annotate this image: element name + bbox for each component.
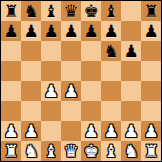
square-c1[interactable]: ♝ [41,141,61,161]
square-e3[interactable] [81,101,101,121]
square-b2[interactable]: ♟ [21,121,41,141]
square-a5[interactable] [1,61,21,81]
square-f4[interactable] [101,81,121,101]
square-g7[interactable] [121,21,141,41]
piece-black-pawn[interactable]: ♟ [63,21,78,41]
square-c2[interactable] [41,121,61,141]
square-a1[interactable]: ♜ [1,141,21,161]
square-h6[interactable] [141,41,161,61]
square-b7[interactable]: ♟ [21,21,41,41]
piece-white-pawn[interactable]: ♟ [123,121,138,141]
square-b6[interactable] [21,41,41,61]
piece-white-pawn[interactable]: ♟ [23,121,38,141]
piece-white-queen[interactable]: ♛ [63,141,78,161]
piece-black-pawn[interactable]: ♟ [3,21,18,41]
square-h4[interactable] [141,81,161,101]
piece-black-bishop[interactable]: ♝ [103,1,118,21]
square-a7[interactable]: ♟ [1,21,21,41]
piece-black-pawn[interactable]: ♟ [123,41,138,61]
square-f6[interactable]: ♞ [101,41,121,61]
square-e6[interactable] [81,41,101,61]
square-f8[interactable]: ♝ [101,1,121,21]
square-c5[interactable] [41,61,61,81]
square-h1[interactable]: ♜ [141,141,161,161]
piece-black-pawn[interactable]: ♟ [43,21,58,41]
square-h8[interactable]: ♜ [141,1,161,21]
square-a2[interactable]: ♟ [1,121,21,141]
square-d3[interactable] [61,101,81,121]
piece-white-pawn[interactable]: ♟ [63,81,78,101]
piece-white-rook[interactable]: ♜ [3,141,18,161]
square-f3[interactable] [101,101,121,121]
square-d5[interactable] [61,61,81,81]
piece-black-pawn[interactable]: ♟ [143,21,158,41]
square-d4[interactable]: ♟ [61,81,81,101]
piece-black-pawn[interactable]: ♟ [83,21,98,41]
piece-white-rook[interactable]: ♜ [143,141,158,161]
square-f1[interactable]: ♝ [101,141,121,161]
piece-white-pawn[interactable]: ♟ [143,121,158,141]
square-b3[interactable] [21,101,41,121]
chess-board: ♜♞♝♛♚♝♜♟♟♟♟♟♟♟♞♟♟♟♟♟♟♟♟♟♜♞♝♛♚♝♞♜ [0,0,162,162]
piece-white-bishop[interactable]: ♝ [103,141,118,161]
piece-white-king[interactable]: ♚ [83,141,98,161]
square-g5[interactable] [121,61,141,81]
piece-white-bishop[interactable]: ♝ [43,141,58,161]
piece-black-knight[interactable]: ♞ [103,41,118,61]
square-e8[interactable]: ♚ [81,1,101,21]
piece-black-bishop[interactable]: ♝ [43,1,58,21]
square-h3[interactable] [141,101,161,121]
square-e1[interactable]: ♚ [81,141,101,161]
square-c4[interactable]: ♟ [41,81,61,101]
square-g4[interactable] [121,81,141,101]
square-d7[interactable]: ♟ [61,21,81,41]
piece-black-rook[interactable]: ♜ [3,1,18,21]
piece-white-knight[interactable]: ♞ [123,141,138,161]
square-d8[interactable]: ♛ [61,1,81,21]
square-f5[interactable] [101,61,121,81]
square-c3[interactable] [41,101,61,121]
piece-black-pawn[interactable]: ♟ [23,21,38,41]
square-h7[interactable]: ♟ [141,21,161,41]
square-h2[interactable]: ♟ [141,121,161,141]
piece-white-knight[interactable]: ♞ [23,141,38,161]
piece-black-rook[interactable]: ♜ [143,1,158,21]
square-d2[interactable] [61,121,81,141]
square-c8[interactable]: ♝ [41,1,61,21]
square-g1[interactable]: ♞ [121,141,141,161]
piece-black-king[interactable]: ♚ [83,1,98,21]
square-b4[interactable] [21,81,41,101]
square-d1[interactable]: ♛ [61,141,81,161]
square-d6[interactable] [61,41,81,61]
square-b5[interactable] [21,61,41,81]
square-e2[interactable]: ♟ [81,121,101,141]
square-e7[interactable]: ♟ [81,21,101,41]
square-a3[interactable] [1,101,21,121]
square-e4[interactable] [81,81,101,101]
piece-black-knight[interactable]: ♞ [23,1,38,21]
piece-white-pawn[interactable]: ♟ [103,121,118,141]
square-g8[interactable] [121,1,141,21]
square-b8[interactable]: ♞ [21,1,41,21]
square-g6[interactable]: ♟ [121,41,141,61]
square-f2[interactable]: ♟ [101,121,121,141]
square-a8[interactable]: ♜ [1,1,21,21]
square-h5[interactable] [141,61,161,81]
square-f7[interactable]: ♟ [101,21,121,41]
piece-black-queen[interactable]: ♛ [63,1,78,21]
square-e5[interactable] [81,61,101,81]
square-c7[interactable]: ♟ [41,21,61,41]
piece-white-pawn[interactable]: ♟ [3,121,18,141]
square-a6[interactable] [1,41,21,61]
piece-black-pawn[interactable]: ♟ [103,21,118,41]
square-g3[interactable] [121,101,141,121]
piece-white-pawn[interactable]: ♟ [43,81,58,101]
square-a4[interactable] [1,81,21,101]
square-c6[interactable] [41,41,61,61]
piece-white-pawn[interactable]: ♟ [83,121,98,141]
square-g2[interactable]: ♟ [121,121,141,141]
square-b1[interactable]: ♞ [21,141,41,161]
